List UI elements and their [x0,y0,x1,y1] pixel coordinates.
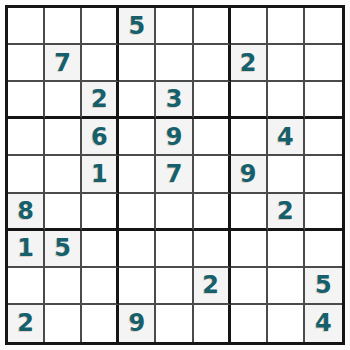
sudoku-cell-given-r6c8: 2 [268,194,305,231]
sudoku-cell-empty-r2c1[interactable] [8,45,45,82]
sudoku-cell-empty-r8c4[interactable] [119,268,156,305]
sudoku-board: 57223694179821525294 [5,5,345,345]
sudoku-cell-empty-r9c3[interactable] [82,305,119,342]
sudoku-cell-empty-r9c6[interactable] [194,305,231,342]
sudoku-cell-empty-r1c9[interactable] [305,8,342,45]
sudoku-cell-empty-r1c6[interactable] [194,8,231,45]
sudoku-cell-empty-r5c9[interactable] [305,156,342,193]
sudoku-cell-empty-r3c9[interactable] [305,82,342,119]
sudoku-cell-empty-r7c6[interactable] [194,231,231,268]
sudoku-cell-empty-r8c3[interactable] [82,268,119,305]
sudoku-cell-empty-r1c8[interactable] [268,8,305,45]
sudoku-cell-empty-r7c8[interactable] [268,231,305,268]
sudoku-cell-empty-r6c5[interactable] [156,194,193,231]
sudoku-cell-empty-r3c1[interactable] [8,82,45,119]
sudoku-cell-empty-r5c6[interactable] [194,156,231,193]
sudoku-cell-empty-r2c8[interactable] [268,45,305,82]
sudoku-cell-empty-r2c5[interactable] [156,45,193,82]
sudoku-cell-empty-r1c7[interactable] [231,8,268,45]
sudoku-cell-empty-r3c7[interactable] [231,82,268,119]
sudoku-cell-empty-r8c1[interactable] [8,268,45,305]
sudoku-cell-given-r4c8: 4 [268,119,305,156]
sudoku-cell-given-r5c5: 7 [156,156,193,193]
sudoku-cell-given-r9c9: 4 [305,305,342,342]
sudoku-cell-given-r3c5: 3 [156,82,193,119]
sudoku-cell-empty-r2c3[interactable] [82,45,119,82]
sudoku-cell-empty-r6c4[interactable] [119,194,156,231]
sudoku-cell-given-r2c7: 2 [231,45,268,82]
sudoku-cell-empty-r6c6[interactable] [194,194,231,231]
sudoku-cell-empty-r8c5[interactable] [156,268,193,305]
sudoku-cell-empty-r5c2[interactable] [45,156,82,193]
sudoku-cell-given-r2c2: 7 [45,45,82,82]
sudoku-cell-given-r4c5: 9 [156,119,193,156]
sudoku-cell-empty-r5c8[interactable] [268,156,305,193]
sudoku-page: 57223694179821525294 [0,0,350,350]
sudoku-cell-given-r3c3: 2 [82,82,119,119]
sudoku-cell-given-r8c9: 5 [305,268,342,305]
sudoku-cell-empty-r9c8[interactable] [268,305,305,342]
sudoku-cell-empty-r4c6[interactable] [194,119,231,156]
sudoku-cell-empty-r5c4[interactable] [119,156,156,193]
sudoku-cell-empty-r4c9[interactable] [305,119,342,156]
sudoku-cell-empty-r1c2[interactable] [45,8,82,45]
sudoku-cell-empty-r3c2[interactable] [45,82,82,119]
sudoku-cell-empty-r7c9[interactable] [305,231,342,268]
sudoku-cell-empty-r3c6[interactable] [194,82,231,119]
sudoku-cell-empty-r4c2[interactable] [45,119,82,156]
sudoku-cell-empty-r6c7[interactable] [231,194,268,231]
sudoku-cell-empty-r1c3[interactable] [82,8,119,45]
sudoku-cell-given-r5c3: 1 [82,156,119,193]
sudoku-cell-empty-r7c3[interactable] [82,231,119,268]
sudoku-cell-empty-r4c4[interactable] [119,119,156,156]
sudoku-cell-given-r7c2: 5 [45,231,82,268]
sudoku-cell-empty-r9c2[interactable] [45,305,82,342]
sudoku-cell-empty-r7c7[interactable] [231,231,268,268]
sudoku-cell-given-r6c1: 8 [8,194,45,231]
sudoku-cell-given-r4c3: 6 [82,119,119,156]
sudoku-cell-given-r9c1: 2 [8,305,45,342]
sudoku-cell-empty-r4c7[interactable] [231,119,268,156]
sudoku-cell-empty-r6c3[interactable] [82,194,119,231]
sudoku-cell-empty-r1c1[interactable] [8,8,45,45]
sudoku-cell-empty-r9c7[interactable] [231,305,268,342]
sudoku-cell-empty-r3c8[interactable] [268,82,305,119]
sudoku-cell-empty-r2c9[interactable] [305,45,342,82]
sudoku-cell-empty-r2c6[interactable] [194,45,231,82]
sudoku-cell-given-r1c4: 5 [119,8,156,45]
sudoku-cell-empty-r6c2[interactable] [45,194,82,231]
sudoku-cell-empty-r7c5[interactable] [156,231,193,268]
sudoku-cell-empty-r1c5[interactable] [156,8,193,45]
sudoku-cell-empty-r3c4[interactable] [119,82,156,119]
sudoku-cell-empty-r5c1[interactable] [8,156,45,193]
sudoku-cell-empty-r4c1[interactable] [8,119,45,156]
sudoku-cell-empty-r8c2[interactable] [45,268,82,305]
sudoku-cell-empty-r2c4[interactable] [119,45,156,82]
sudoku-cell-empty-r8c8[interactable] [268,268,305,305]
sudoku-cell-given-r9c4: 9 [119,305,156,342]
sudoku-cell-empty-r7c4[interactable] [119,231,156,268]
sudoku-cell-empty-r8c7[interactable] [231,268,268,305]
sudoku-cell-empty-r6c9[interactable] [305,194,342,231]
sudoku-cell-given-r7c1: 1 [8,231,45,268]
sudoku-cell-given-r5c7: 9 [231,156,268,193]
sudoku-cell-empty-r9c5[interactable] [156,305,193,342]
sudoku-cell-given-r8c6: 2 [194,268,231,305]
